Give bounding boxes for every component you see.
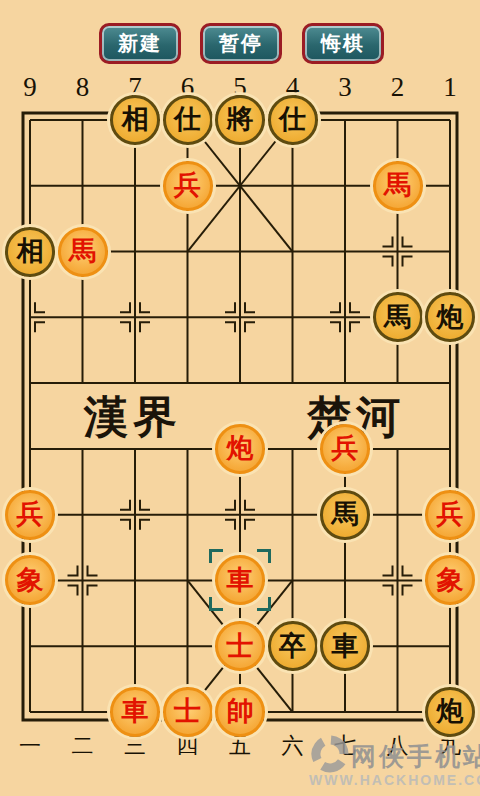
piece-glyph: 炮 — [437, 304, 464, 331]
piece-glyph: 炮 — [227, 435, 254, 462]
selection-bracket-bl — [209, 597, 223, 611]
piece-glyph: 象 — [17, 567, 44, 594]
selection-bracket-tr — [257, 549, 271, 563]
piece-black-general[interactable]: 將 — [215, 95, 265, 145]
piece-glyph: 士 — [174, 698, 201, 725]
piece-red-pawn[interactable]: 兵 — [163, 161, 213, 211]
piece-black-elephant[interactable]: 相 — [5, 227, 55, 277]
piece-red-chariot[interactable]: 車 — [110, 687, 160, 737]
piece-red-elephant[interactable]: 象 — [5, 555, 55, 605]
piece-glyph: 馬 — [384, 172, 411, 199]
piece-black-cannon[interactable]: 炮 — [425, 687, 475, 737]
piece-glyph: 帥 — [227, 698, 254, 725]
piece-glyph: 馬 — [384, 304, 411, 331]
piece-black-advisor[interactable]: 仕 — [268, 95, 318, 145]
piece-red-horse[interactable]: 馬 — [373, 161, 423, 211]
piece-black-pawn[interactable]: 卒 — [268, 621, 318, 671]
piece-glyph: 兵 — [174, 172, 201, 199]
piece-red-elephant[interactable]: 象 — [425, 555, 475, 605]
piece-black-advisor[interactable]: 仕 — [163, 95, 213, 145]
piece-black-chariot[interactable]: 車 — [320, 621, 370, 671]
piece-glyph: 相 — [122, 106, 149, 133]
piece-glyph: 車 — [227, 567, 254, 594]
piece-red-pawn[interactable]: 兵 — [320, 424, 370, 474]
piece-red-cannon[interactable]: 炮 — [215, 424, 265, 474]
xiangqi-app: 新建 暂停 悔棋 987654321 漢界 楚河 相仕將仕兵馬相馬馬炮炮兵兵馬兵… — [0, 0, 480, 796]
piece-red-horse[interactable]: 馬 — [58, 227, 108, 277]
selection-bracket-tl — [209, 549, 223, 563]
piece-glyph: 兵 — [17, 501, 44, 528]
piece-glyph: 將 — [227, 106, 254, 133]
board-pieces: 相仕將仕兵馬相馬馬炮炮兵兵馬兵象車象士卒車車士帥炮 — [4, 87, 477, 745]
piece-glyph: 車 — [122, 698, 149, 725]
piece-black-cannon[interactable]: 炮 — [425, 292, 475, 342]
piece-glyph: 兵 — [437, 501, 464, 528]
piece-black-horse[interactable]: 馬 — [320, 490, 370, 540]
piece-glyph: 士 — [227, 633, 254, 660]
piece-glyph: 車 — [332, 633, 359, 660]
piece-black-elephant[interactable]: 相 — [110, 95, 160, 145]
piece-glyph: 炮 — [437, 698, 464, 725]
piece-red-advisor[interactable]: 士 — [215, 621, 265, 671]
piece-glyph: 象 — [437, 567, 464, 594]
piece-red-advisor[interactable]: 士 — [163, 687, 213, 737]
piece-red-pawn[interactable]: 兵 — [5, 490, 55, 540]
piece-red-pawn[interactable]: 兵 — [425, 490, 475, 540]
piece-glyph: 仕 — [279, 106, 306, 133]
piece-red-general[interactable]: 帥 — [215, 687, 265, 737]
piece-glyph: 相 — [17, 238, 44, 265]
piece-glyph: 馬 — [69, 238, 96, 265]
selection-bracket-br — [257, 597, 271, 611]
piece-black-horse[interactable]: 馬 — [373, 292, 423, 342]
piece-glyph: 兵 — [332, 435, 359, 462]
piece-glyph: 卒 — [279, 633, 306, 660]
piece-glyph: 仕 — [174, 106, 201, 133]
piece-glyph: 馬 — [332, 501, 359, 528]
piece-red-chariot[interactable]: 車 — [215, 555, 265, 605]
